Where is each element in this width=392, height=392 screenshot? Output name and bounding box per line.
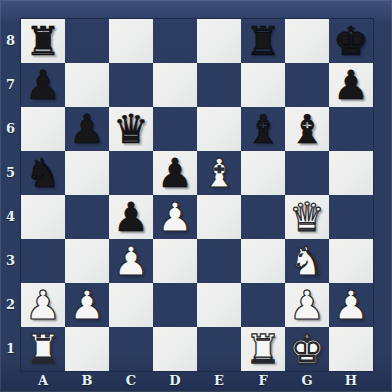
piece-black-king[interactable]: ♚ xyxy=(329,19,373,63)
square-e8[interactable] xyxy=(197,19,241,63)
square-c7[interactable] xyxy=(109,63,153,107)
square-a7[interactable]: ♟ xyxy=(21,63,65,107)
piece-black-bishop[interactable]: ♝ xyxy=(241,107,285,151)
square-b4[interactable] xyxy=(65,195,109,239)
piece-white-king[interactable]: ♚ xyxy=(285,327,329,371)
square-c2[interactable] xyxy=(109,283,153,327)
piece-black-rook[interactable]: ♜ xyxy=(241,19,285,63)
square-a6[interactable] xyxy=(21,107,65,151)
square-d1[interactable] xyxy=(153,327,197,371)
square-d8[interactable] xyxy=(153,19,197,63)
rank-label-4: 4 xyxy=(0,195,21,239)
file-label-e: E xyxy=(197,371,241,392)
square-d6[interactable] xyxy=(153,107,197,151)
file-label-d: D xyxy=(153,371,197,392)
file-label-f: F xyxy=(241,371,285,392)
square-a3[interactable] xyxy=(21,239,65,283)
square-f4[interactable] xyxy=(241,195,285,239)
square-c3[interactable]: ♟ xyxy=(109,239,153,283)
square-e2[interactable] xyxy=(197,283,241,327)
square-g7[interactable] xyxy=(285,63,329,107)
square-b1[interactable] xyxy=(65,327,109,371)
piece-white-bishop[interactable]: ♝ xyxy=(197,151,241,195)
rank-label-8: 8 xyxy=(0,19,21,63)
square-g2[interactable]: ♟ xyxy=(285,283,329,327)
square-a5[interactable]: ♞ xyxy=(21,151,65,195)
piece-black-pawn[interactable]: ♟ xyxy=(109,195,153,239)
square-g5[interactable] xyxy=(285,151,329,195)
chess-board: ♜♜♚♟♟♟♛♝♝♞♟♝♟♟♛♟♞♟♟♟♟♜♜♚ xyxy=(21,19,373,371)
square-e6[interactable] xyxy=(197,107,241,151)
square-c4[interactable]: ♟ xyxy=(109,195,153,239)
square-h4[interactable] xyxy=(329,195,373,239)
piece-white-pawn[interactable]: ♟ xyxy=(285,283,329,327)
square-a1[interactable]: ♜ xyxy=(21,327,65,371)
square-f7[interactable] xyxy=(241,63,285,107)
square-g4[interactable]: ♛ xyxy=(285,195,329,239)
square-g1[interactable]: ♚ xyxy=(285,327,329,371)
square-b2[interactable]: ♟ xyxy=(65,283,109,327)
piece-white-pawn[interactable]: ♟ xyxy=(65,283,109,327)
square-c5[interactable] xyxy=(109,151,153,195)
square-g3[interactable]: ♞ xyxy=(285,239,329,283)
piece-white-rook[interactable]: ♜ xyxy=(21,327,65,371)
square-a4[interactable] xyxy=(21,195,65,239)
square-b3[interactable] xyxy=(65,239,109,283)
square-c6[interactable]: ♛ xyxy=(109,107,153,151)
piece-white-pawn[interactable]: ♟ xyxy=(109,239,153,283)
square-b7[interactable] xyxy=(65,63,109,107)
piece-black-pawn[interactable]: ♟ xyxy=(329,63,373,107)
square-h8[interactable]: ♚ xyxy=(329,19,373,63)
square-h7[interactable]: ♟ xyxy=(329,63,373,107)
square-e3[interactable] xyxy=(197,239,241,283)
file-label-c: C xyxy=(109,371,153,392)
rank-label-5: 5 xyxy=(0,151,21,195)
square-f6[interactable]: ♝ xyxy=(241,107,285,151)
square-d3[interactable] xyxy=(153,239,197,283)
piece-black-knight[interactable]: ♞ xyxy=(21,151,65,195)
piece-black-pawn[interactable]: ♟ xyxy=(153,151,197,195)
file-label-g: G xyxy=(285,371,329,392)
square-e4[interactable] xyxy=(197,195,241,239)
square-d4[interactable]: ♟ xyxy=(153,195,197,239)
square-h5[interactable] xyxy=(329,151,373,195)
square-c1[interactable] xyxy=(109,327,153,371)
square-f5[interactable] xyxy=(241,151,285,195)
square-d7[interactable] xyxy=(153,63,197,107)
rank-label-1: 1 xyxy=(0,327,21,371)
piece-white-queen[interactable]: ♛ xyxy=(285,195,329,239)
square-h6[interactable] xyxy=(329,107,373,151)
square-e5[interactable]: ♝ xyxy=(197,151,241,195)
square-e7[interactable] xyxy=(197,63,241,107)
chess-board-frame: ♜♜♚♟♟♟♛♝♝♞♟♝♟♟♛♟♞♟♟♟♟♜♜♚ 87654321 ABCDEF… xyxy=(0,0,392,392)
square-b5[interactable] xyxy=(65,151,109,195)
piece-black-rook[interactable]: ♜ xyxy=(21,19,65,63)
square-h3[interactable] xyxy=(329,239,373,283)
piece-white-knight[interactable]: ♞ xyxy=(285,239,329,283)
rank-label-7: 7 xyxy=(0,63,21,107)
square-a2[interactable]: ♟ xyxy=(21,283,65,327)
square-b6[interactable]: ♟ xyxy=(65,107,109,151)
piece-white-pawn[interactable]: ♟ xyxy=(153,195,197,239)
square-d5[interactable]: ♟ xyxy=(153,151,197,195)
piece-black-queen[interactable]: ♛ xyxy=(109,107,153,151)
piece-black-bishop[interactable]: ♝ xyxy=(285,107,329,151)
piece-black-pawn[interactable]: ♟ xyxy=(65,107,109,151)
square-g6[interactable]: ♝ xyxy=(285,107,329,151)
rank-label-2: 2 xyxy=(0,283,21,327)
square-d2[interactable] xyxy=(153,283,197,327)
square-c8[interactable] xyxy=(109,19,153,63)
square-h2[interactable]: ♟ xyxy=(329,283,373,327)
square-a8[interactable]: ♜ xyxy=(21,19,65,63)
square-h1[interactable] xyxy=(329,327,373,371)
square-b8[interactable] xyxy=(65,19,109,63)
rank-label-3: 3 xyxy=(0,239,21,283)
square-g8[interactable] xyxy=(285,19,329,63)
rank-label-6: 6 xyxy=(0,107,21,151)
square-f2[interactable] xyxy=(241,283,285,327)
file-label-a: A xyxy=(21,371,65,392)
square-f3[interactable] xyxy=(241,239,285,283)
square-e1[interactable] xyxy=(197,327,241,371)
file-label-h: H xyxy=(329,371,373,392)
piece-white-pawn[interactable]: ♟ xyxy=(329,283,373,327)
square-f8[interactable]: ♜ xyxy=(241,19,285,63)
piece-white-rook[interactable]: ♜ xyxy=(241,327,285,371)
square-f1[interactable]: ♜ xyxy=(241,327,285,371)
piece-white-pawn[interactable]: ♟ xyxy=(21,283,65,327)
piece-black-pawn[interactable]: ♟ xyxy=(21,63,65,107)
file-label-b: B xyxy=(65,371,109,392)
